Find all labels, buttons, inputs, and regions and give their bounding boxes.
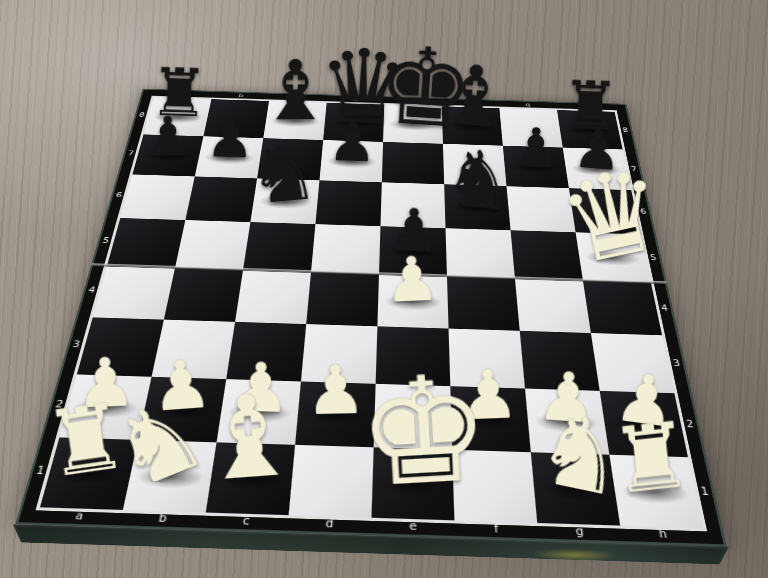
square-d8[interactable] [323,103,384,142]
square-b4[interactable] [164,268,243,322]
square-f7[interactable] [443,144,507,186]
square-b6[interactable] [185,176,257,222]
square-d6[interactable] [315,180,381,226]
chess-board: aabbccddeeffgghh8877665544332211♜♝♛♚♝♜♟♟… [15,89,726,547]
square-f8[interactable] [442,106,503,145]
square-h4[interactable] [583,280,662,335]
square-f6[interactable] [444,184,510,230]
square-e7[interactable] [382,142,444,184]
coord-file-bottom-g: g [537,522,623,542]
square-b8[interactable] [203,99,269,138]
coord-file-bottom-b: b [119,509,206,529]
square-g6[interactable] [507,186,576,232]
coord-file-bottom-d: d [287,514,371,534]
square-c6[interactable] [250,178,319,224]
square-d7[interactable] [319,140,383,182]
square-h8[interactable] [557,110,623,149]
square-b5[interactable] [175,220,250,270]
coord-file-bottom-a: a [35,506,123,526]
coord-file-bottom-c: c [203,511,289,531]
table-surface: aabbccddeeffgghh8877665544332211♜♝♛♚♝♜♟♟… [0,0,768,578]
square-a5[interactable] [107,218,185,268]
square-c7[interactable] [257,138,323,180]
square-c4[interactable] [235,270,311,324]
square-a8[interactable] [144,97,212,136]
square-g5[interactable] [511,230,583,280]
square-a7[interactable] [132,134,203,176]
camera-perspective: aabbccddeeffgghh8877665544332211♜♝♛♚♝♜♟♟… [0,0,768,578]
square-h7[interactable] [563,148,632,191]
square-h6[interactable] [569,188,641,234]
square-f4[interactable] [447,276,520,331]
square-g4[interactable] [515,278,591,333]
square-a4[interactable] [93,265,175,319]
square-a6[interactable] [120,174,194,220]
square-g7[interactable] [503,146,569,189]
square-g8[interactable] [499,108,562,147]
coord-file-bottom-h: h [620,524,707,544]
square-b7[interactable] [195,136,264,178]
square-e8[interactable] [383,105,443,144]
square-c5[interactable] [243,222,315,272]
coord-file-bottom-f: f [454,519,538,539]
coord-file-bottom-e: e [371,516,455,536]
square-e6[interactable] [380,182,445,228]
square-h5[interactable] [576,232,651,282]
square-c8[interactable] [263,101,326,140]
